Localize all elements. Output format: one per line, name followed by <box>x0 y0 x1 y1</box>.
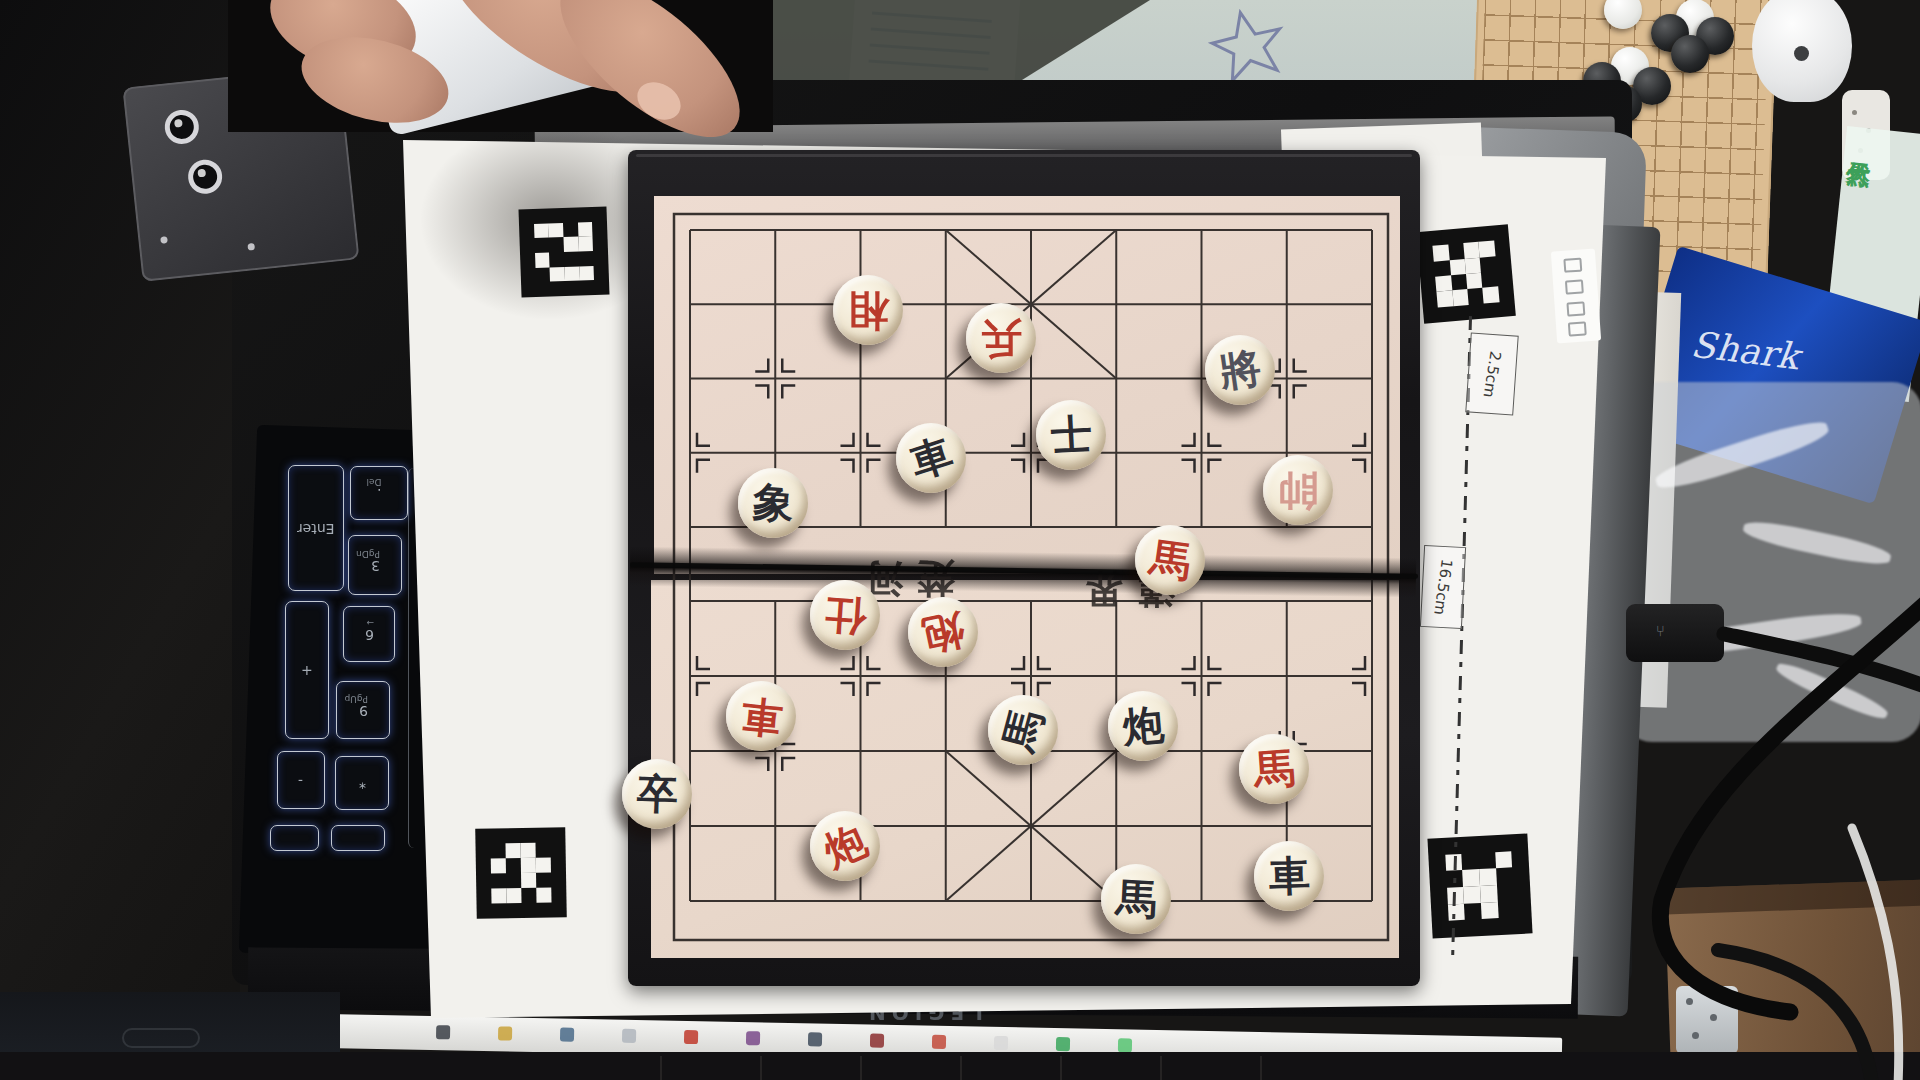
screw-dot <box>247 243 255 251</box>
piece-black-horse-2: 馬 <box>1101 864 1171 934</box>
piece-black-chariot: 車 <box>896 423 966 493</box>
piece-red-cannon: 炮 <box>908 597 978 667</box>
piece-black-horse: 馬 <box>988 695 1058 765</box>
piece-red-horse: 馬 <box>1135 525 1205 595</box>
usb-icon: ⑂ <box>1656 622 1665 640</box>
piece-red-pawn: 兵 <box>966 303 1036 373</box>
camera-lens2-icon <box>186 158 223 195</box>
camera-lens-icon <box>163 108 200 145</box>
piece-black-advisor: 士 <box>1036 400 1106 470</box>
piece-red-chariot: 車 <box>726 681 796 751</box>
photo-scene: 天然竹 Shark Lenovo Enter.Del3PgDn+6→9PgUp-… <box>0 0 1920 1080</box>
piece-red-cannon-2: 炮 <box>810 811 880 881</box>
piece-red-advisor: 仕 <box>810 580 880 650</box>
piece-black-elephant: 象 <box>738 468 808 538</box>
screw-dot <box>160 236 168 244</box>
piece-red-general: 帥 <box>1263 455 1333 525</box>
piece-black-cannon: 炮 <box>1108 691 1178 761</box>
piece-black-pawn: 卒 <box>622 759 692 829</box>
usb-plug: ⑂ <box>1626 604 1724 662</box>
piece-black-chariot-2: 車 <box>1254 841 1324 911</box>
piece-red-elephant: 相 <box>833 275 903 345</box>
piece-black-general: 將 <box>1205 335 1275 405</box>
piece-red-horse-2: 馬 <box>1239 734 1309 804</box>
